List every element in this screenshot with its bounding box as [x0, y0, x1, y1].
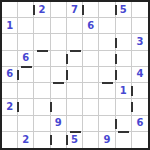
cell-r8c8[interactable]: [116, 116, 132, 132]
cell-r7c8[interactable]: [116, 99, 132, 115]
puzzle-grid: 2751636641296259: [2, 2, 148, 148]
cell-r6c7[interactable]: [99, 83, 115, 99]
cell-r2c4[interactable]: [51, 18, 67, 34]
cell-r9c6[interactable]: [83, 132, 99, 148]
cell-r4c1[interactable]: [2, 51, 18, 67]
consecutive-mark-v-r4c7: [115, 54, 117, 64]
consecutive-mark-h-r8c8: [118, 131, 129, 133]
cell-r3c7[interactable]: [99, 34, 115, 50]
cell-r4c7[interactable]: [99, 51, 115, 67]
cell-r5c2[interactable]: [18, 67, 34, 83]
cell-r4c2: 6: [18, 51, 34, 67]
cell-r8c5[interactable]: [67, 116, 83, 132]
cell-r3c9: 3: [132, 34, 148, 50]
cell-r9c9[interactable]: [132, 132, 148, 148]
cell-r6c4[interactable]: [51, 83, 67, 99]
cell-r5c5[interactable]: [67, 67, 83, 83]
cell-r1c9[interactable]: [132, 2, 148, 18]
consecutive-mark-v-r9c4: [66, 135, 68, 145]
cell-r4c9[interactable]: [132, 51, 148, 67]
cell-r2c1: 1: [2, 18, 18, 34]
cell-r8c2[interactable]: [18, 116, 34, 132]
consecutive-mark-h-r3c3: [37, 50, 48, 52]
consecutive-mark-h-r5c7: [102, 82, 113, 84]
consecutive-mark-h-r4c2: [21, 66, 32, 68]
cell-r2c6: 6: [83, 18, 99, 34]
cell-r5c1: 6: [2, 67, 18, 83]
cell-r6c1[interactable]: [2, 83, 18, 99]
cell-r6c5[interactable]: [67, 83, 83, 99]
cell-r7c4[interactable]: [51, 99, 67, 115]
cell-r8c3[interactable]: [34, 116, 50, 132]
consecutive-mark-v-r6c8: [131, 86, 133, 96]
consecutive-mark-v-r8c7: [115, 119, 117, 129]
cell-r1c5: 7: [67, 2, 83, 18]
cell-r5c6[interactable]: [83, 67, 99, 83]
cell-r7c9[interactable]: [132, 99, 148, 115]
cell-r4c6[interactable]: [83, 51, 99, 67]
cell-r2c2[interactable]: [18, 18, 34, 34]
cell-r5c3[interactable]: [34, 67, 50, 83]
consecutive-mark-v-r1c5: [82, 5, 84, 15]
cell-r4c4[interactable]: [51, 51, 67, 67]
cell-r8c6[interactable]: [83, 116, 99, 132]
consecutive-mark-v-r1c7: [115, 5, 117, 15]
consecutive-mark-v-r5c1: [17, 70, 19, 80]
cell-r6c9[interactable]: [132, 83, 148, 99]
puzzle-board: 2751636641296259: [0, 0, 150, 150]
cell-r7c6[interactable]: [83, 99, 99, 115]
consecutive-mark-v-r4c4: [66, 54, 68, 64]
cell-r5c4[interactable]: [51, 67, 67, 83]
cell-r2c7[interactable]: [99, 18, 115, 34]
cell-r5c8[interactable]: [116, 67, 132, 83]
cell-r1c8: 5: [116, 2, 132, 18]
cell-r3c1[interactable]: [2, 34, 18, 50]
cell-r1c2[interactable]: [18, 2, 34, 18]
cell-r7c5[interactable]: [67, 99, 83, 115]
cell-r2c3[interactable]: [34, 18, 50, 34]
cell-r9c7: 9: [99, 132, 115, 148]
cell-r4c5[interactable]: [67, 51, 83, 67]
cell-r1c6[interactable]: [83, 2, 99, 18]
cell-r3c3[interactable]: [34, 34, 50, 50]
cell-r5c9: 4: [132, 67, 148, 83]
cell-r6c6[interactable]: [83, 83, 99, 99]
cell-r9c1[interactable]: [2, 132, 18, 148]
cell-r1c3: 2: [34, 2, 50, 18]
cell-r9c4[interactable]: [51, 132, 67, 148]
cell-r7c1: 2: [2, 99, 18, 115]
cell-r6c2[interactable]: [18, 83, 34, 99]
cell-r1c4[interactable]: [51, 2, 67, 18]
cell-r1c1[interactable]: [2, 2, 18, 18]
cell-r8c9: 6: [132, 116, 148, 132]
cell-r8c1[interactable]: [2, 116, 18, 132]
cell-r3c6[interactable]: [83, 34, 99, 50]
cell-r1c7[interactable]: [99, 2, 115, 18]
cell-r8c4: 9: [51, 116, 67, 132]
cell-r9c3[interactable]: [34, 132, 50, 148]
consecutive-mark-v-r1c2: [33, 5, 35, 15]
cell-r6c8: 1: [116, 83, 132, 99]
cell-r2c9[interactable]: [132, 18, 148, 34]
cell-r9c8[interactable]: [116, 132, 132, 148]
consecutive-mark-v-r7c8: [131, 102, 133, 112]
cell-r3c8[interactable]: [116, 34, 132, 50]
cell-r7c2[interactable]: [18, 99, 34, 115]
cell-r7c7[interactable]: [99, 99, 115, 115]
cell-r8c7[interactable]: [99, 116, 115, 132]
cell-r3c4[interactable]: [51, 34, 67, 50]
consecutive-mark-v-r3c7: [115, 38, 117, 48]
cell-r6c3[interactable]: [34, 83, 50, 99]
cell-r3c5[interactable]: [67, 34, 83, 50]
cell-r4c3[interactable]: [34, 51, 50, 67]
consecutive-mark-v-r5c7: [115, 70, 117, 80]
cell-r9c2: 2: [18, 132, 34, 148]
cell-r5c7[interactable]: [99, 67, 115, 83]
consecutive-mark-v-r7c1: [17, 102, 19, 112]
cell-r2c8[interactable]: [116, 18, 132, 34]
consecutive-mark-v-r7c3: [50, 102, 52, 112]
cell-r4c8[interactable]: [116, 51, 132, 67]
consecutive-mark-h-r8c5: [70, 131, 81, 133]
consecutive-mark-h-r5c4: [53, 82, 64, 84]
consecutive-mark-v-r9c3: [50, 135, 52, 145]
consecutive-mark-v-r5c4: [66, 70, 68, 80]
cell-r9c5: 5: [67, 132, 83, 148]
consecutive-mark-h-r3c5: [70, 50, 81, 52]
cell-r7c3[interactable]: [34, 99, 50, 115]
cell-r2c5[interactable]: [67, 18, 83, 34]
cell-r3c2[interactable]: [18, 34, 34, 50]
